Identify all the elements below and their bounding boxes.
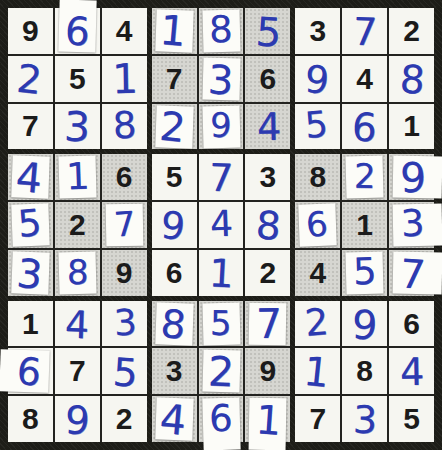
cell-r3c3: 8 — [102, 104, 147, 150]
cell-r2c6: 6 — [245, 56, 290, 102]
handwritten-digit: 2 — [158, 106, 187, 148]
given-digit: 6 — [260, 64, 277, 94]
handwritten-digit: 2 — [207, 351, 235, 393]
cell-r8c7: 1 — [295, 348, 340, 394]
cell-r8c2: 7 — [55, 348, 100, 394]
given-digit: 3 — [309, 16, 326, 46]
cell-r6c5: 1 — [199, 250, 244, 296]
handwritten-digit: 5 — [16, 205, 43, 244]
handwritten-digit: 5 — [210, 305, 232, 339]
given-digit: 6 — [116, 162, 133, 192]
handwritten-digit: 9 — [159, 206, 186, 246]
given-digit: 5 — [69, 64, 86, 94]
given-digit: 4 — [309, 258, 326, 288]
given-digit: 8 — [309, 162, 326, 192]
cell-r3c8: 6 — [342, 104, 387, 150]
handwritten-digit: 8 — [112, 106, 137, 144]
handwritten-digit: 9 — [399, 157, 426, 198]
cell-r8c8: 8 — [342, 348, 387, 394]
cell-r7c3: 3 — [102, 301, 147, 347]
given-digit: 1 — [22, 309, 39, 339]
cell-r7c2: 4 — [55, 301, 100, 347]
cell-r9c2: 9 — [55, 396, 100, 442]
cell-r2c5: 3 — [199, 56, 244, 102]
cell-r6c8: 5 — [342, 250, 387, 296]
handwritten-digit: 6 — [351, 107, 378, 147]
handwritten-digit: 8 — [66, 255, 88, 289]
cell-r8c4: 3 — [152, 348, 197, 394]
cell-r4c2: 1 — [55, 154, 100, 200]
given-digit: 2 — [403, 16, 420, 46]
handwritten-digit: 2 — [354, 159, 376, 193]
cell-r3c2: 3 — [55, 104, 100, 150]
cell-r6c7: 4 — [295, 250, 340, 296]
cell-r2c9: 8 — [389, 56, 434, 102]
handwritten-digit: 3 — [113, 304, 138, 341]
handwritten-digit: 1 — [255, 399, 283, 441]
handwritten-digit: 9 — [303, 60, 330, 100]
given-digit: 7 — [166, 64, 183, 94]
handwritten-digit: 6 — [16, 352, 43, 392]
handwritten-digit: 1 — [208, 254, 235, 294]
cell-r7c9: 6 — [389, 301, 434, 347]
handwritten-digit: 7 — [113, 206, 137, 241]
cell-r8c1: 6 — [8, 348, 53, 394]
given-digit: 7 — [22, 111, 39, 141]
handwritten-digit: 8 — [159, 304, 188, 345]
handwritten-digit: 7 — [352, 12, 377, 51]
cell-r3c9: 1 — [389, 104, 434, 150]
cell-r4c5: 7 — [199, 154, 244, 200]
handwritten-digit: 8 — [255, 206, 282, 247]
handwritten-digit: 4 — [15, 157, 45, 200]
cell-r3c4: 2 — [152, 104, 197, 150]
given-digit: 4 — [356, 64, 373, 94]
cell-r4c3: 6 — [102, 154, 147, 200]
cell-r4c8: 2 — [342, 154, 387, 200]
handwritten-digit: 6 — [304, 206, 329, 242]
cell-r6c9: 7 — [389, 250, 434, 296]
cell-r5c6: 8 — [245, 202, 290, 248]
cell-r2c8: 4 — [342, 56, 387, 102]
handwritten-digit: 6 — [209, 399, 234, 437]
cell-r2c2: 5 — [55, 56, 100, 102]
cell-r8c5: 2 — [199, 348, 244, 394]
cell-r7c5: 5 — [199, 301, 244, 347]
cell-r7c1: 1 — [8, 301, 53, 347]
cell-r7c6: 7 — [245, 301, 290, 347]
handwritten-digit: 5 — [352, 253, 377, 291]
given-digit: 7 — [69, 356, 86, 386]
handwritten-digit: 1 — [65, 157, 90, 195]
handwritten-digit: 4 — [256, 108, 281, 146]
handwritten-digit: 2 — [303, 303, 330, 342]
handwritten-digit: 3 — [64, 106, 92, 148]
given-digit: 2 — [260, 258, 277, 288]
box-1: 964251738 — [8, 8, 147, 149]
given-digit: 3 — [166, 356, 183, 386]
box-6: 829613457 — [295, 154, 434, 295]
handwritten-digit: 3 — [15, 252, 44, 294]
cell-r7c8: 9 — [342, 301, 387, 347]
cell-r9c3: 2 — [102, 396, 147, 442]
box-8: 857329461 — [152, 301, 291, 442]
handwritten-digit: 5 — [111, 352, 138, 393]
handwritten-digit: 9 — [64, 400, 91, 440]
cell-r1c1: 9 — [8, 8, 53, 54]
given-digit: 9 — [22, 16, 39, 46]
cell-r1c6: 5 — [245, 8, 290, 54]
cell-r6c4: 6 — [152, 250, 197, 296]
given-digit: 1 — [403, 111, 420, 141]
handwritten-digit: 7 — [208, 159, 233, 198]
cell-r4c6: 3 — [245, 154, 290, 200]
cell-r4c9: 9 — [389, 154, 434, 200]
box-3: 372948561 — [295, 8, 434, 149]
cell-r5c4: 9 — [152, 202, 197, 248]
cell-r5c1: 5 — [8, 202, 53, 248]
cell-r5c3: 7 — [102, 202, 147, 248]
handwritten-digit: 4 — [65, 305, 90, 344]
cell-r1c9: 2 — [389, 8, 434, 54]
cell-r5c8: 1 — [342, 202, 387, 248]
cell-r4c7: 8 — [295, 154, 340, 200]
cell-r1c4: 1 — [152, 8, 197, 54]
cell-r5c2: 2 — [55, 202, 100, 248]
handwritten-digit: 8 — [399, 59, 426, 100]
given-digit: 1 — [356, 210, 373, 240]
cell-r7c7: 2 — [295, 301, 340, 347]
cell-r2c3: 1 — [102, 56, 147, 102]
handwritten-digit: 6 — [64, 12, 91, 52]
given-digit: 4 — [116, 16, 133, 46]
given-digit: 6 — [403, 309, 420, 339]
handwritten-digit: 8 — [209, 11, 234, 49]
cell-r2c7: 9 — [295, 56, 340, 102]
cell-r8c3: 5 — [102, 348, 147, 394]
cell-r3c5: 9 — [199, 104, 244, 150]
handwritten-digit: 1 — [158, 10, 188, 53]
cell-r5c9: 3 — [389, 202, 434, 248]
cell-r3c1: 7 — [8, 104, 53, 150]
cell-r3c6: 4 — [245, 104, 290, 150]
given-digit: 2 — [69, 210, 86, 240]
handwritten-digit: 4 — [400, 353, 425, 391]
given-digit: 6 — [166, 258, 183, 288]
given-digit: 9 — [260, 356, 277, 386]
handwritten-digit: 7 — [255, 304, 282, 345]
given-digit: 9 — [116, 258, 133, 288]
handwritten-digit: 4 — [158, 398, 188, 441]
handwritten-digit: 9 — [210, 108, 232, 142]
given-digit: 2 — [116, 404, 133, 434]
cell-r9c9: 5 — [389, 396, 434, 442]
cell-r6c6: 2 — [245, 250, 290, 296]
box-5: 573948612 — [152, 154, 291, 295]
cell-r6c1: 3 — [8, 250, 53, 296]
cell-r1c5: 8 — [199, 8, 244, 54]
given-digit: 3 — [260, 162, 277, 192]
cell-r6c2: 8 — [55, 250, 100, 296]
handwritten-digit: 2 — [15, 59, 44, 100]
handwritten-digit: 3 — [352, 401, 377, 440]
cell-r9c1: 8 — [8, 396, 53, 442]
cell-r1c7: 3 — [295, 8, 340, 54]
sudoku-grid: 964251738 185736294 372948561 416527389 … — [8, 8, 434, 442]
handwritten-digit: 1 — [302, 351, 331, 393]
cell-r8c6: 9 — [245, 348, 290, 394]
box-4: 416527389 — [8, 154, 147, 295]
cell-r2c4: 7 — [152, 56, 197, 102]
handwritten-digit: 9 — [351, 304, 379, 345]
given-digit: 8 — [356, 356, 373, 386]
given-digit: 5 — [403, 404, 420, 434]
cell-r5c5: 4 — [199, 202, 244, 248]
handwritten-digit: 5 — [304, 107, 330, 145]
handwritten-digit: 5 — [255, 11, 283, 53]
cell-r4c4: 5 — [152, 154, 197, 200]
sudoku-board: 964251738 185736294 372948561 416527389 … — [0, 0, 442, 450]
cell-r1c3: 4 — [102, 8, 147, 54]
cell-r3c7: 5 — [295, 104, 340, 150]
cell-r7c4: 8 — [152, 301, 197, 347]
cell-r9c6: 1 — [245, 396, 290, 442]
handwritten-digit: 3 — [400, 205, 425, 243]
cell-r8c9: 4 — [389, 348, 434, 394]
cell-r9c4: 4 — [152, 396, 197, 442]
cell-r1c8: 7 — [342, 8, 387, 54]
cell-r4c1: 4 — [8, 154, 53, 200]
cell-r9c7: 7 — [295, 396, 340, 442]
cell-r1c2: 6 — [55, 8, 100, 54]
given-digit: 8 — [22, 404, 39, 434]
cell-r5c7: 6 — [295, 202, 340, 248]
handwritten-digit: 7 — [398, 253, 426, 295]
box-7: 143675892 — [8, 301, 147, 442]
cell-r9c8: 3 — [342, 396, 387, 442]
given-digit: 5 — [166, 162, 183, 192]
box-2: 185736294 — [152, 8, 291, 149]
given-digit: 7 — [309, 404, 326, 434]
handwritten-digit: 1 — [112, 59, 139, 100]
cell-r6c3: 9 — [102, 250, 147, 296]
cell-r2c1: 2 — [8, 56, 53, 102]
box-9: 296184735 — [295, 301, 434, 442]
cell-r9c5: 6 — [199, 396, 244, 442]
handwritten-digit: 4 — [209, 206, 233, 243]
handwritten-digit: 3 — [207, 59, 235, 100]
